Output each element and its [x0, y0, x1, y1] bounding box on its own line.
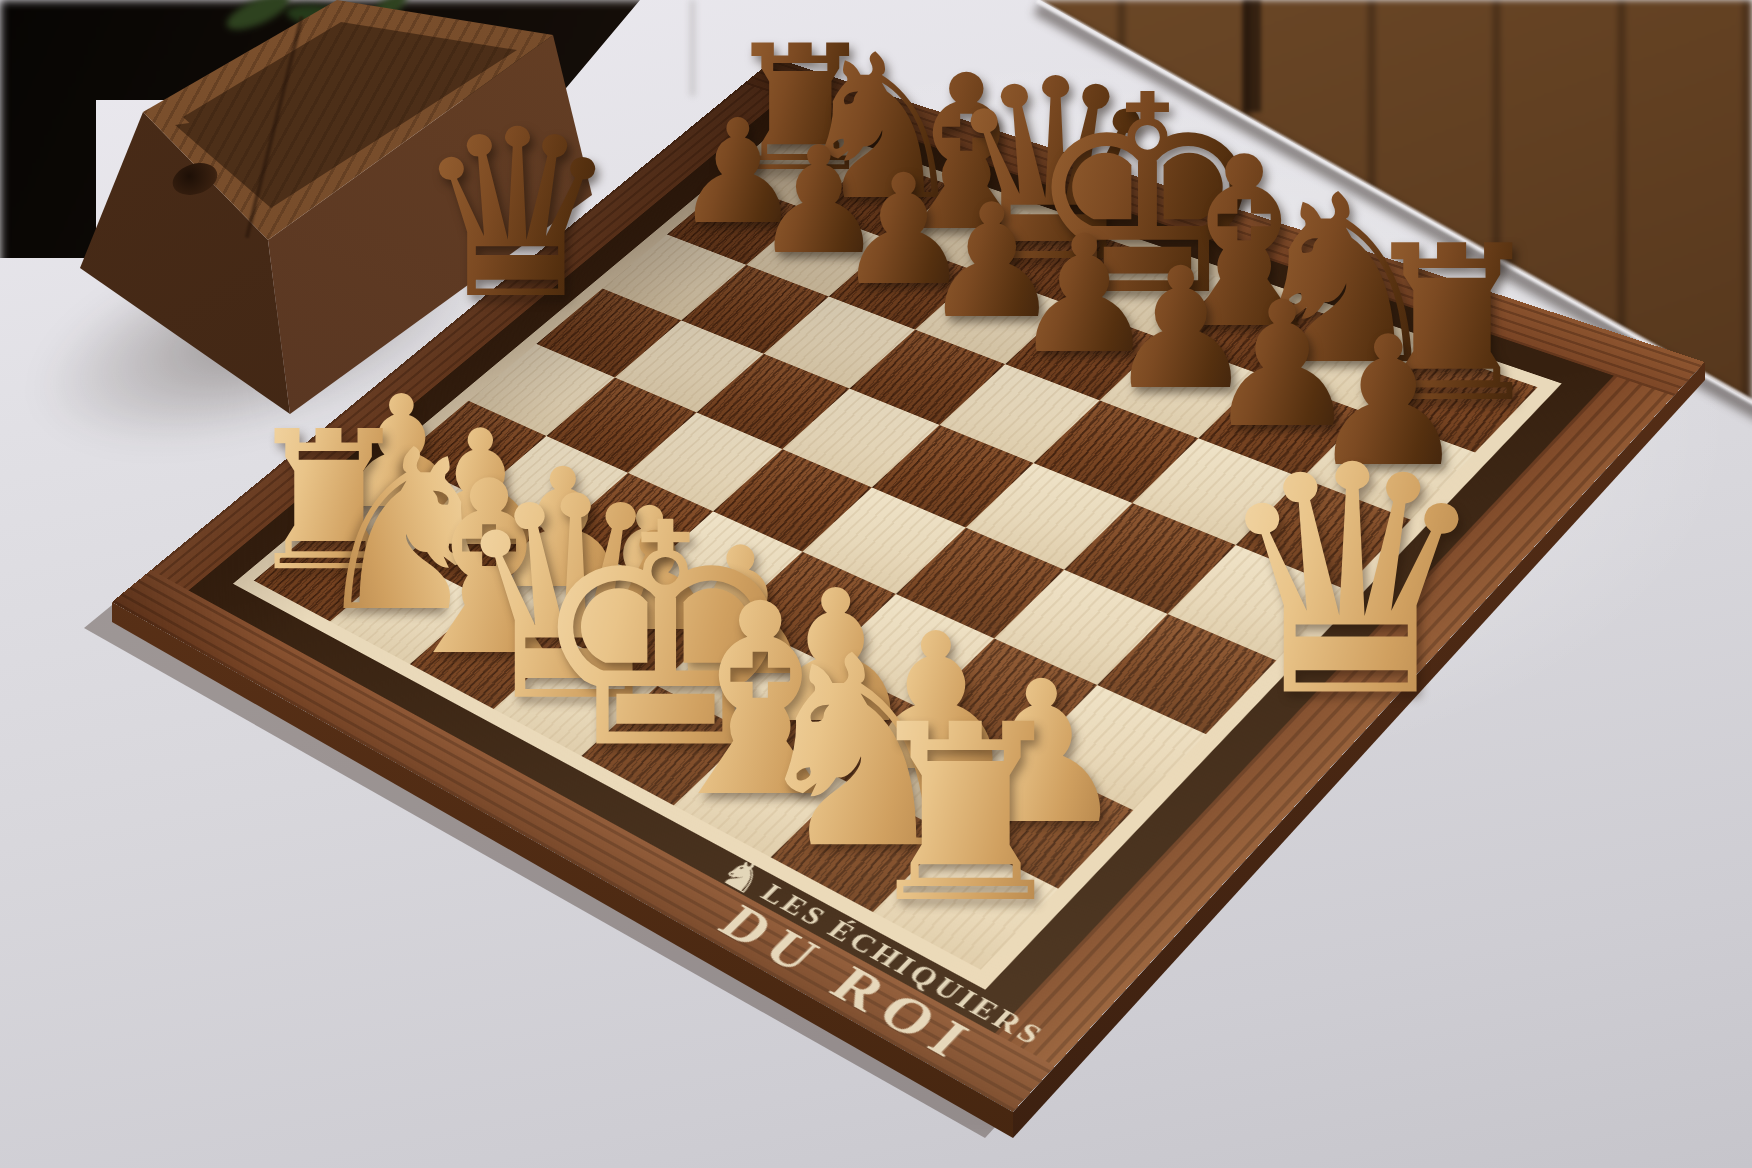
- piece-white-pawn-e2: ♟: [661, 525, 819, 701]
- piece-dark-king-e8: ♚: [1025, 60, 1271, 334]
- piece-white-pawn-a2: ♟: [332, 376, 471, 531]
- piece-dark-rook-a8: ♜: [723, 22, 878, 195]
- piece-dark-knight-b8: ♞: [792, 29, 971, 229]
- piece-white-pawn-b2: ♟: [409, 411, 552, 571]
- piece-dark-bishop-c8: ♝: [870, 46, 1062, 260]
- piece-dark-pawn-d7: ♟: [921, 184, 1062, 341]
- piece-white-queen-d1: ♛: [450, 459, 701, 739]
- piece-dark-pawn-f7: ♟: [1106, 246, 1256, 414]
- piece-dark-queen-d8: ♛: [943, 47, 1168, 297]
- piece-white-rook-h1: ♜: [856, 693, 1075, 937]
- piece-white-bishop-f1: ♝: [642, 569, 879, 834]
- piece-dark-rook-h8: ♜: [1355, 217, 1548, 432]
- piece-dark-pawn-c7: ♟: [835, 155, 972, 308]
- piece-white-pawn-f2: ♟: [754, 566, 918, 748]
- piece-white-queen-spare: ♛: [1210, 425, 1493, 741]
- piece-white-pawn-c2: ♟: [489, 447, 637, 612]
- piece-white-pawn-d2: ♟: [573, 485, 726, 655]
- scene: ♞ LES ÉCHIQUIERS DU ROI ♜♞♝♛♚♝♞♜♟♟♟♟♟♟♟♟…: [0, 0, 1752, 1168]
- piece-dark-pawn-h7: ♟: [1308, 313, 1469, 492]
- piece-white-king-e1: ♚: [528, 483, 804, 791]
- piece-dark-pawn-a7: ♟: [673, 100, 802, 244]
- piece-dark-queen-spare: ♛: [413, 100, 621, 332]
- piece-dark-pawn-e7: ♟: [1011, 214, 1156, 376]
- piece-dark-pawn-g7: ♟: [1204, 279, 1359, 452]
- piece-white-rook-a1: ♜: [243, 406, 415, 598]
- piece-white-knight-g1: ♞: [742, 622, 978, 885]
- piece-dark-pawn-b7: ♟: [753, 127, 886, 275]
- piece-white-pawn-g2: ♟: [851, 610, 1020, 799]
- pieces-layer: ♜♞♝♛♚♝♞♜♟♟♟♟♟♟♟♟♟♟♟♟♟♟♟♟♜♞♝♛♚♝♞♜♛♛: [0, 0, 1752, 1168]
- piece-dark-bishop-f8: ♝: [1139, 127, 1350, 362]
- piece-white-bishop-c1: ♝: [382, 450, 596, 689]
- piece-white-knight-b1: ♞: [308, 422, 507, 644]
- piece-dark-knight-g8: ♞: [1241, 165, 1450, 398]
- piece-white-pawn-h2: ♟: [953, 656, 1129, 852]
